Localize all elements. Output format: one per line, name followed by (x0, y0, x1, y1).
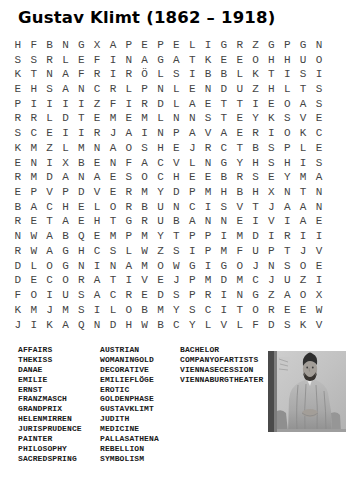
grid-cell[interactable]: C (153, 156, 169, 171)
grid-cell[interactable]: S (311, 97, 327, 112)
grid-cell[interactable]: P (121, 38, 137, 53)
grid-cell[interactable]: N (42, 67, 58, 82)
grid-cell[interactable]: N (58, 38, 74, 53)
grid-cell[interactable]: V (311, 318, 327, 333)
grid-cell[interactable]: E (216, 53, 232, 68)
grid-cell[interactable]: H (153, 141, 169, 156)
grid-cell[interactable]: S (10, 126, 26, 141)
grid-cell[interactable]: G (264, 38, 280, 53)
grid-cell[interactable]: I (42, 288, 58, 303)
grid-cell[interactable]: C (184, 200, 200, 215)
grid-cell[interactable]: I (264, 126, 280, 141)
grid-cell[interactable]: A (168, 53, 184, 68)
grid-cell[interactable]: O (137, 170, 153, 185)
grid-cell[interactable]: I (216, 229, 232, 244)
grid-cell[interactable]: E (168, 141, 184, 156)
grid-cell[interactable]: I (137, 126, 153, 141)
grid-cell[interactable]: N (89, 141, 105, 156)
grid-cell[interactable]: S (42, 82, 58, 97)
grid-cell[interactable]: T (105, 215, 121, 230)
grid-cell[interactable]: E (311, 259, 327, 274)
grid-cell[interactable]: A (105, 141, 121, 156)
grid-cell[interactable]: Z (295, 274, 311, 289)
grid-cell[interactable]: I (58, 126, 74, 141)
grid-cell[interactable]: I (89, 303, 105, 318)
grid-cell[interactable]: T (232, 141, 248, 156)
grid-cell[interactable]: Z (42, 141, 58, 156)
grid-cell[interactable]: T (42, 215, 58, 230)
grid-cell[interactable]: Z (248, 38, 264, 53)
grid-cell[interactable]: A (105, 38, 121, 53)
grid-cell[interactable]: S (264, 141, 280, 156)
grid-cell[interactable]: I (26, 97, 42, 112)
grid-cell[interactable]: E (279, 303, 295, 318)
grid-cell[interactable]: S (168, 288, 184, 303)
grid-cell[interactable]: K (200, 53, 216, 68)
grid-cell[interactable]: I (121, 97, 137, 112)
grid-cell[interactable]: T (105, 274, 121, 289)
grid-cell[interactable]: A (26, 200, 42, 215)
grid-cell[interactable]: R (10, 244, 26, 259)
grid-cell[interactable]: C (26, 126, 42, 141)
grid-cell[interactable]: Y (184, 318, 200, 333)
grid-cell[interactable]: A (184, 215, 200, 230)
grid-cell[interactable]: N (105, 156, 121, 171)
grid-cell[interactable]: A (89, 274, 105, 289)
grid-cell[interactable]: L (168, 97, 184, 112)
grid-cell[interactable]: B (248, 141, 264, 156)
grid-cell[interactable]: E (121, 112, 137, 127)
grid-cell[interactable]: A (311, 170, 327, 185)
grid-cell[interactable]: O (295, 259, 311, 274)
grid-cell[interactable]: H (279, 156, 295, 171)
grid-cell[interactable]: H (10, 38, 26, 53)
grid-cell[interactable]: F (73, 67, 89, 82)
grid-cell[interactable]: L (232, 318, 248, 333)
grid-cell[interactable]: H (248, 185, 264, 200)
grid-cell[interactable]: G (216, 38, 232, 53)
grid-cell[interactable]: C (105, 288, 121, 303)
grid-cell[interactable]: A (295, 97, 311, 112)
grid-cell[interactable]: N (105, 259, 121, 274)
grid-cell[interactable]: V (89, 185, 105, 200)
grid-cell[interactable]: M (137, 112, 153, 127)
grid-cell[interactable]: V (232, 200, 248, 215)
grid-cell[interactable]: J (184, 141, 200, 156)
grid-cell[interactable]: M (295, 170, 311, 185)
grid-cell[interactable]: P (279, 38, 295, 53)
grid-cell[interactable]: R (89, 67, 105, 82)
grid-cell[interactable]: I (200, 200, 216, 215)
grid-cell[interactable]: F (232, 244, 248, 259)
grid-cell[interactable]: S (73, 303, 89, 318)
grid-cell[interactable]: J (264, 274, 280, 289)
grid-cell[interactable]: H (73, 244, 89, 259)
grid-cell[interactable]: F (105, 97, 121, 112)
grid-cell[interactable]: S (105, 244, 121, 259)
grid-cell[interactable]: A (58, 318, 74, 333)
grid-cell[interactable]: U (153, 200, 169, 215)
grid-cell[interactable]: E (42, 126, 58, 141)
grid-cell[interactable]: Q (73, 318, 89, 333)
grid-cell[interactable]: E (10, 185, 26, 200)
grid-cell[interactable]: E (137, 288, 153, 303)
grid-cell[interactable]: C (89, 82, 105, 97)
grid-cell[interactable]: T (216, 97, 232, 112)
grid-cell[interactable]: A (42, 229, 58, 244)
grid-cell[interactable]: I (42, 156, 58, 171)
grid-cell[interactable]: C (216, 141, 232, 156)
grid-cell[interactable]: R (121, 200, 137, 215)
grid-cell[interactable]: A (58, 215, 74, 230)
grid-cell[interactable]: H (264, 53, 280, 68)
grid-cell[interactable]: I (73, 97, 89, 112)
grid-cell[interactable]: B (232, 185, 248, 200)
grid-cell[interactable]: G (73, 38, 89, 53)
grid-cell[interactable]: G (216, 259, 232, 274)
grid-cell[interactable]: P (200, 229, 216, 244)
grid-cell[interactable]: R (248, 126, 264, 141)
grid-cell[interactable]: L (295, 141, 311, 156)
grid-cell[interactable]: R (200, 141, 216, 156)
grid-cell[interactable]: R (232, 170, 248, 185)
grid-cell[interactable]: Y (232, 156, 248, 171)
grid-cell[interactable]: W (26, 229, 42, 244)
grid-cell[interactable]: I (105, 53, 121, 68)
grid-cell[interactable]: N (73, 170, 89, 185)
grid-cell[interactable]: N (200, 82, 216, 97)
grid-cell[interactable]: S (295, 67, 311, 82)
grid-cell[interactable]: F (10, 288, 26, 303)
grid-cell[interactable]: N (153, 82, 169, 97)
grid-cell[interactable]: E (73, 53, 89, 68)
grid-cell[interactable]: N (168, 112, 184, 127)
grid-cell[interactable]: D (153, 288, 169, 303)
grid-cell[interactable]: K (42, 318, 58, 333)
grid-cell[interactable]: W (137, 318, 153, 333)
grid-cell[interactable]: F (248, 318, 264, 333)
grid-cell[interactable]: N (216, 215, 232, 230)
grid-cell[interactable]: R (200, 288, 216, 303)
grid-cell[interactable]: M (137, 259, 153, 274)
grid-cell[interactable]: H (168, 170, 184, 185)
grid-cell[interactable]: P (264, 244, 280, 259)
grid-cell[interactable]: K (295, 126, 311, 141)
grid-cell[interactable]: T (295, 185, 311, 200)
grid-cell[interactable]: I (105, 67, 121, 82)
grid-cell[interactable]: F (121, 156, 137, 171)
grid-cell[interactable]: E (73, 215, 89, 230)
grid-cell[interactable]: P (153, 38, 169, 53)
grid-cell[interactable]: J (295, 244, 311, 259)
grid-cell[interactable]: B (168, 215, 184, 230)
grid-cell[interactable]: Y (279, 170, 295, 185)
grid-cell[interactable]: E (168, 38, 184, 53)
grid-cell[interactable]: G (295, 38, 311, 53)
grid-cell[interactable]: O (232, 259, 248, 274)
grid-cell[interactable]: E (232, 215, 248, 230)
grid-cell[interactable]: G (58, 244, 74, 259)
grid-cell[interactable]: T (26, 67, 42, 82)
grid-cell[interactable]: M (200, 274, 216, 289)
grid-cell[interactable]: C (248, 274, 264, 289)
grid-cell[interactable]: J (10, 318, 26, 333)
grid-cell[interactable]: E (311, 215, 327, 230)
grid-cell[interactable]: F (89, 53, 105, 68)
grid-cell[interactable]: J (264, 200, 280, 215)
grid-cell[interactable]: E (137, 38, 153, 53)
grid-cell[interactable]: B (58, 229, 74, 244)
grid-cell[interactable]: E (232, 126, 248, 141)
grid-cell[interactable]: A (89, 288, 105, 303)
grid-cell[interactable]: B (200, 67, 216, 82)
grid-cell[interactable]: S (279, 318, 295, 333)
grid-cell[interactable]: L (200, 318, 216, 333)
grid-cell[interactable]: L (121, 244, 137, 259)
grid-cell[interactable]: F (26, 38, 42, 53)
grid-cell[interactable]: S (168, 67, 184, 82)
grid-cell[interactable]: I (295, 156, 311, 171)
grid-cell[interactable]: E (10, 82, 26, 97)
grid-cell[interactable]: C (311, 126, 327, 141)
grid-cell[interactable]: E (105, 185, 121, 200)
grid-cell[interactable]: I (184, 244, 200, 259)
grid-cell[interactable]: V (295, 112, 311, 127)
grid-cell[interactable]: O (279, 126, 295, 141)
grid-cell[interactable]: B (216, 170, 232, 185)
grid-cell[interactable]: I (184, 67, 200, 82)
grid-cell[interactable]: M (105, 112, 121, 127)
grid-cell[interactable]: H (121, 318, 137, 333)
grid-cell[interactable]: S (279, 259, 295, 274)
grid-cell[interactable]: G (184, 259, 200, 274)
grid-cell[interactable]: Z (153, 244, 169, 259)
grid-cell[interactable]: D (105, 318, 121, 333)
grid-cell[interactable]: I (279, 215, 295, 230)
grid-cell[interactable]: N (232, 288, 248, 303)
grid-cell[interactable]: D (10, 274, 26, 289)
grid-cell[interactable]: N (10, 229, 26, 244)
grid-cell[interactable]: E (200, 170, 216, 185)
grid-cell[interactable]: V (264, 215, 280, 230)
grid-cell[interactable]: E (311, 141, 327, 156)
grid-cell[interactable]: B (10, 200, 26, 215)
grid-cell[interactable]: H (89, 215, 105, 230)
grid-cell[interactable]: M (26, 303, 42, 318)
grid-cell[interactable]: I (248, 97, 264, 112)
grid-cell[interactable]: K (10, 141, 26, 156)
grid-cell[interactable]: X (89, 38, 105, 53)
grid-cell[interactable]: S (279, 112, 295, 127)
grid-cell[interactable]: O (105, 200, 121, 215)
grid-cell[interactable]: E (26, 274, 42, 289)
grid-cell[interactable]: V (137, 274, 153, 289)
grid-cell[interactable]: A (89, 170, 105, 185)
grid-cell[interactable]: A (58, 82, 74, 97)
grid-cell[interactable]: O (311, 53, 327, 68)
grid-cell[interactable]: E (26, 215, 42, 230)
grid-cell[interactable]: R (10, 112, 26, 127)
grid-cell[interactable]: L (168, 82, 184, 97)
grid-cell[interactable]: B (73, 156, 89, 171)
grid-cell[interactable]: R (137, 215, 153, 230)
grid-cell[interactable]: N (73, 82, 89, 97)
grid-cell[interactable]: N (264, 259, 280, 274)
grid-cell[interactable]: A (137, 53, 153, 68)
grid-cell[interactable]: M (232, 274, 248, 289)
grid-cell[interactable]: W (168, 259, 184, 274)
grid-cell[interactable]: S (311, 156, 327, 171)
grid-cell[interactable]: O (153, 259, 169, 274)
grid-cell[interactable]: Q (73, 229, 89, 244)
grid-cell[interactable]: I (295, 229, 311, 244)
grid-cell[interactable]: A (279, 200, 295, 215)
grid-cell[interactable]: L (153, 67, 169, 82)
grid-cell[interactable]: G (216, 156, 232, 171)
grid-cell[interactable]: A (58, 170, 74, 185)
grid-cell[interactable]: E (153, 274, 169, 289)
grid-cell[interactable]: E (311, 112, 327, 127)
grid-cell[interactable]: N (200, 156, 216, 171)
grid-cell[interactable]: L (184, 38, 200, 53)
grid-cell[interactable]: P (184, 274, 200, 289)
grid-cell[interactable]: J (42, 303, 58, 318)
grid-cell[interactable]: Y (153, 229, 169, 244)
grid-cell[interactable]: T (295, 82, 311, 97)
grid-cell[interactable]: Z (89, 97, 105, 112)
grid-cell[interactable]: T (232, 97, 248, 112)
grid-cell[interactable]: N (311, 200, 327, 215)
grid-cell[interactable]: P (10, 97, 26, 112)
grid-cell[interactable]: N (311, 185, 327, 200)
grid-cell[interactable]: A (216, 126, 232, 141)
grid-cell[interactable]: T (264, 67, 280, 82)
grid-cell[interactable]: G (153, 53, 169, 68)
grid-cell[interactable]: R (10, 215, 26, 230)
grid-cell[interactable]: S (184, 303, 200, 318)
grid-cell[interactable]: L (279, 82, 295, 97)
grid-cell[interactable]: E (295, 303, 311, 318)
grid-cell[interactable]: R (73, 274, 89, 289)
grid-cell[interactable]: K (248, 67, 264, 82)
grid-cell[interactable]: I (248, 215, 264, 230)
grid-cell[interactable]: P (279, 141, 295, 156)
grid-cell[interactable]: J (168, 274, 184, 289)
grid-cell[interactable]: I (73, 126, 89, 141)
grid-cell[interactable]: S (168, 244, 184, 259)
grid-cell[interactable]: J (248, 259, 264, 274)
grid-cell[interactable]: I (42, 97, 58, 112)
grid-cell[interactable]: E (89, 112, 105, 127)
grid-cell[interactable]: N (73, 259, 89, 274)
grid-cell[interactable]: V (42, 185, 58, 200)
grid-cell[interactable]: A (58, 67, 74, 82)
grid-cell[interactable]: I (58, 97, 74, 112)
grid-cell[interactable]: S (248, 170, 264, 185)
grid-cell[interactable]: B (42, 38, 58, 53)
grid-cell[interactable]: D (216, 82, 232, 97)
grid-cell[interactable]: O (248, 53, 264, 68)
grid-cell[interactable]: O (295, 288, 311, 303)
grid-cell[interactable]: S (216, 200, 232, 215)
grid-cell[interactable]: Y (153, 185, 169, 200)
grid-cell[interactable]: M (216, 244, 232, 259)
grid-cell[interactable]: R (232, 38, 248, 53)
grid-cell[interactable]: P (184, 185, 200, 200)
grid-cell[interactable]: I (311, 274, 327, 289)
grid-cell[interactable]: A (184, 126, 200, 141)
grid-cell[interactable]: I (264, 229, 280, 244)
grid-cell[interactable]: I (200, 259, 216, 274)
grid-cell[interactable]: N (153, 126, 169, 141)
grid-cell[interactable]: L (184, 156, 200, 171)
grid-cell[interactable]: J (105, 126, 121, 141)
grid-cell[interactable]: T (73, 112, 89, 127)
grid-cell[interactable]: U (279, 274, 295, 289)
grid-cell[interactable]: R (264, 303, 280, 318)
grid-cell[interactable]: R (10, 170, 26, 185)
grid-cell[interactable]: L (58, 141, 74, 156)
grid-cell[interactable]: I (200, 38, 216, 53)
grid-cell[interactable]: O (279, 97, 295, 112)
grid-cell[interactable]: M (232, 229, 248, 244)
grid-cell[interactable]: E (73, 200, 89, 215)
grid-cell[interactable]: S (26, 53, 42, 68)
grid-cell[interactable]: I (26, 318, 42, 333)
grid-cell[interactable]: N (168, 200, 184, 215)
grid-cell[interactable]: E (184, 170, 200, 185)
grid-cell[interactable]: K (10, 67, 26, 82)
grid-cell[interactable]: L (42, 112, 58, 127)
grid-cell[interactable]: E (264, 170, 280, 185)
grid-cell[interactable]: Z (264, 288, 280, 303)
grid-cell[interactable]: A (295, 200, 311, 215)
grid-cell[interactable]: P (137, 82, 153, 97)
grid-cell[interactable]: T (232, 303, 248, 318)
grid-cell[interactable]: E (105, 170, 121, 185)
grid-cell[interactable]: Y (248, 112, 264, 127)
grid-cell[interactable]: B (153, 318, 169, 333)
grid-cell[interactable]: C (42, 274, 58, 289)
grid-cell[interactable]: S (137, 141, 153, 156)
grid-cell[interactable]: D (216, 274, 232, 289)
grid-cell[interactable]: G (248, 288, 264, 303)
grid-cell[interactable]: D (73, 185, 89, 200)
grid-cell[interactable]: S (10, 53, 26, 68)
grid-cell[interactable]: X (311, 288, 327, 303)
grid-cell[interactable]: L (26, 259, 42, 274)
grid-cell[interactable]: W (311, 303, 327, 318)
grid-cell[interactable]: S (73, 288, 89, 303)
grid-cell[interactable]: C (200, 303, 216, 318)
grid-cell[interactable]: E (264, 97, 280, 112)
grid-cell[interactable]: B (137, 200, 153, 215)
grid-cell[interactable]: N (26, 156, 42, 171)
grid-cell[interactable]: H (216, 185, 232, 200)
grid-cell[interactable]: P (168, 126, 184, 141)
grid-cell[interactable]: M (200, 185, 216, 200)
grid-cell[interactable]: T (184, 53, 200, 68)
grid-cell[interactable]: N (184, 112, 200, 127)
grid-cell[interactable]: S (200, 112, 216, 127)
grid-cell[interactable]: R (121, 67, 137, 82)
grid-cell[interactable]: M (58, 303, 74, 318)
grid-cell[interactable]: T (248, 200, 264, 215)
grid-cell[interactable]: O (121, 141, 137, 156)
grid-cell[interactable]: D (10, 259, 26, 274)
grid-cell[interactable]: Z (248, 82, 264, 97)
grid-cell[interactable]: M (26, 141, 42, 156)
